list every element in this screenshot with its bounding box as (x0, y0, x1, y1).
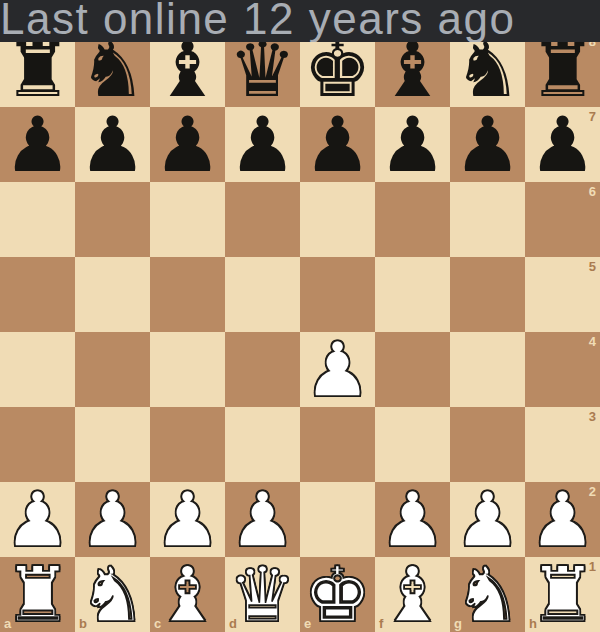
square-g7[interactable]: ♟︎ (450, 107, 525, 182)
piece-black-bishop[interactable]: ♝︎ (153, 32, 221, 107)
square-d1[interactable]: ♛︎d (225, 557, 300, 632)
piece-white-queen[interactable]: ♛︎ (228, 557, 296, 632)
piece-black-pawn[interactable]: ♟︎ (303, 107, 371, 182)
square-e2[interactable] (300, 482, 375, 557)
square-e6[interactable] (300, 182, 375, 257)
chess-board: ♜︎♞︎♝︎♛︎♚︎♝︎♞︎♜︎8♟︎♟︎♟︎♟︎♟︎♟︎♟︎♟︎765♟︎43… (0, 32, 600, 632)
piece-white-pawn[interactable]: ♟︎ (228, 482, 296, 557)
piece-white-pawn[interactable]: ♟︎ (153, 482, 221, 557)
square-d6[interactable] (225, 182, 300, 257)
last-online-status: Last online 12 years ago (0, 0, 515, 42)
rank-label-4: 4 (589, 335, 596, 348)
square-g2[interactable]: ♟︎ (450, 482, 525, 557)
square-f1[interactable]: ♝︎f (375, 557, 450, 632)
square-c1[interactable]: ♝︎c (150, 557, 225, 632)
piece-white-pawn[interactable]: ♟︎ (528, 482, 596, 557)
square-f3[interactable] (375, 407, 450, 482)
square-d8[interactable]: ♛︎ (225, 32, 300, 107)
piece-white-rook[interactable]: ♜︎ (528, 557, 596, 632)
piece-white-pawn[interactable]: ♟︎ (303, 332, 371, 407)
piece-white-knight[interactable]: ♞︎ (453, 557, 521, 632)
square-d3[interactable] (225, 407, 300, 482)
square-f8[interactable]: ♝︎ (375, 32, 450, 107)
piece-black-queen[interactable]: ♛︎ (228, 32, 296, 107)
square-g3[interactable] (450, 407, 525, 482)
square-h4[interactable]: 4 (525, 332, 600, 407)
piece-black-rook[interactable]: ♜︎ (528, 32, 596, 107)
square-f7[interactable]: ♟︎ (375, 107, 450, 182)
square-e7[interactable]: ♟︎ (300, 107, 375, 182)
square-h3[interactable]: 3 (525, 407, 600, 482)
square-h5[interactable]: 5 (525, 257, 600, 332)
square-c7[interactable]: ♟︎ (150, 107, 225, 182)
square-c2[interactable]: ♟︎ (150, 482, 225, 557)
square-e3[interactable] (300, 407, 375, 482)
piece-white-bishop[interactable]: ♝︎ (153, 557, 221, 632)
square-f6[interactable] (375, 182, 450, 257)
square-f5[interactable] (375, 257, 450, 332)
square-f2[interactable]: ♟︎ (375, 482, 450, 557)
square-c5[interactable] (150, 257, 225, 332)
square-e1[interactable]: ♚︎e (300, 557, 375, 632)
square-a6[interactable] (0, 182, 75, 257)
square-b4[interactable] (75, 332, 150, 407)
square-a4[interactable] (0, 332, 75, 407)
square-c4[interactable] (150, 332, 225, 407)
square-d2[interactable]: ♟︎ (225, 482, 300, 557)
square-e4[interactable]: ♟︎ (300, 332, 375, 407)
square-g8[interactable]: ♞︎ (450, 32, 525, 107)
square-d5[interactable] (225, 257, 300, 332)
status-bar: Last online 12 years ago (0, 0, 600, 42)
square-e5[interactable] (300, 257, 375, 332)
square-g1[interactable]: ♞︎g (450, 557, 525, 632)
piece-white-bishop[interactable]: ♝︎ (378, 557, 446, 632)
piece-black-pawn[interactable]: ♟︎ (378, 107, 446, 182)
piece-black-pawn[interactable]: ♟︎ (528, 107, 596, 182)
piece-black-knight[interactable]: ♞︎ (78, 32, 146, 107)
square-h7[interactable]: ♟︎7 (525, 107, 600, 182)
square-g5[interactable] (450, 257, 525, 332)
piece-white-pawn[interactable]: ♟︎ (378, 482, 446, 557)
piece-white-pawn[interactable]: ♟︎ (453, 482, 521, 557)
square-h8[interactable]: ♜︎8 (525, 32, 600, 107)
piece-black-pawn[interactable]: ♟︎ (228, 107, 296, 182)
square-h1[interactable]: ♜︎1h (525, 557, 600, 632)
piece-black-bishop[interactable]: ♝︎ (378, 32, 446, 107)
piece-black-pawn[interactable]: ♟︎ (453, 107, 521, 182)
piece-black-pawn[interactable]: ♟︎ (153, 107, 221, 182)
piece-white-pawn[interactable]: ♟︎ (78, 482, 146, 557)
piece-white-rook[interactable]: ♜︎ (3, 557, 71, 632)
rank-label-3: 3 (589, 410, 596, 423)
piece-black-rook[interactable]: ♜︎ (3, 32, 71, 107)
square-b1[interactable]: ♞︎b (75, 557, 150, 632)
square-h6[interactable]: 6 (525, 182, 600, 257)
piece-black-pawn[interactable]: ♟︎ (78, 107, 146, 182)
square-d4[interactable] (225, 332, 300, 407)
square-g6[interactable] (450, 182, 525, 257)
square-a2[interactable]: ♟︎ (0, 482, 75, 557)
square-a8[interactable]: ♜︎ (0, 32, 75, 107)
square-g4[interactable] (450, 332, 525, 407)
square-d7[interactable]: ♟︎ (225, 107, 300, 182)
square-f4[interactable] (375, 332, 450, 407)
square-e8[interactable]: ♚︎ (300, 32, 375, 107)
square-a1[interactable]: ♜︎a (0, 557, 75, 632)
square-h2[interactable]: ♟︎2 (525, 482, 600, 557)
square-c3[interactable] (150, 407, 225, 482)
square-b5[interactable] (75, 257, 150, 332)
square-c6[interactable] (150, 182, 225, 257)
piece-white-knight[interactable]: ♞︎ (78, 557, 146, 632)
piece-black-pawn[interactable]: ♟︎ (3, 107, 71, 182)
square-a5[interactable] (0, 257, 75, 332)
square-b6[interactable] (75, 182, 150, 257)
piece-white-king[interactable]: ♚︎ (303, 557, 371, 632)
piece-black-knight[interactable]: ♞︎ (453, 32, 521, 107)
square-b3[interactable] (75, 407, 150, 482)
square-b7[interactable]: ♟︎ (75, 107, 150, 182)
rank-label-6: 6 (589, 185, 596, 198)
square-b2[interactable]: ♟︎ (75, 482, 150, 557)
square-a7[interactable]: ♟︎ (0, 107, 75, 182)
square-b8[interactable]: ♞︎ (75, 32, 150, 107)
piece-white-pawn[interactable]: ♟︎ (3, 482, 71, 557)
piece-black-king[interactable]: ♚︎ (303, 32, 371, 107)
square-a3[interactable] (0, 407, 75, 482)
square-c8[interactable]: ♝︎ (150, 32, 225, 107)
rank-label-5: 5 (589, 260, 596, 273)
